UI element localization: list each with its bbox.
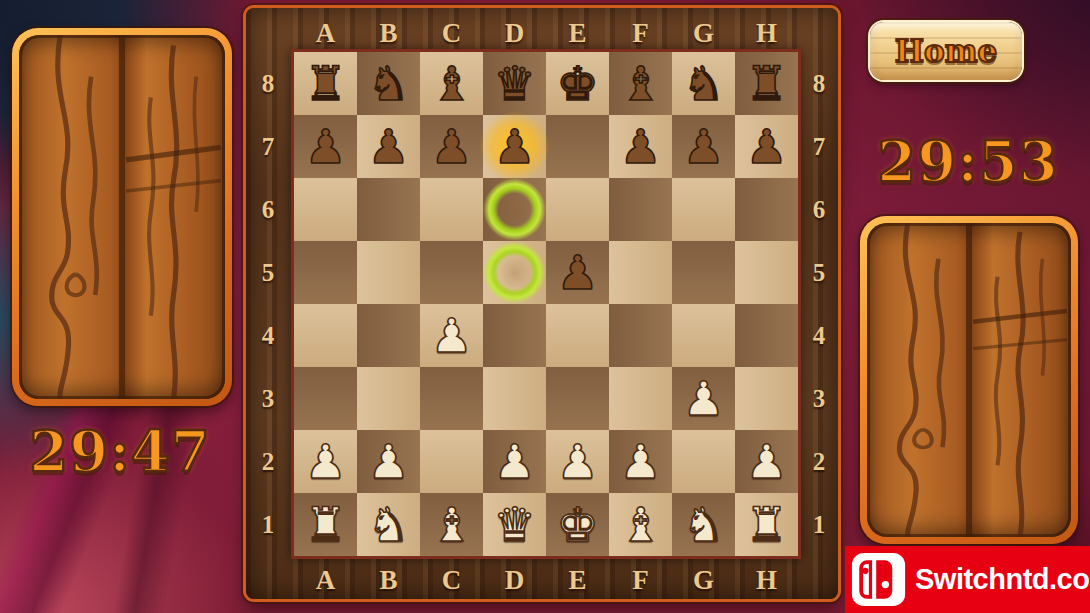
white-queen[interactable]: ♛ — [483, 493, 546, 556]
black-pawn[interactable]: ♟ — [546, 241, 609, 304]
square-f5[interactable] — [609, 241, 672, 304]
square-e7[interactable] — [546, 115, 609, 178]
square-g3[interactable]: ♟ — [672, 367, 735, 430]
chess-board-grid: ♜♞♝♛♚♝♞♜♟♟♟♟♟♟♟♟♟♟♟♟♟♟♟♟♜♞♝♛♚♝♞♜ — [291, 49, 801, 559]
black-pawn[interactable]: ♟ — [357, 115, 420, 178]
right-wood-panel — [860, 216, 1078, 544]
square-c5[interactable] — [420, 241, 483, 304]
rank-label-left-2: 2 — [246, 430, 290, 493]
home-button-label: Home — [895, 33, 998, 69]
square-h6[interactable] — [735, 178, 798, 241]
rank-label-left-8: 8 — [246, 52, 290, 115]
file-label-top-h: H — [735, 14, 798, 52]
square-a4[interactable] — [294, 304, 357, 367]
home-button[interactable]: Home — [870, 22, 1022, 80]
black-king[interactable]: ♚ — [546, 52, 609, 115]
square-e5[interactable]: ♟ — [546, 241, 609, 304]
chess-board-frame: ♜♞♝♛♚♝♞♜♟♟♟♟♟♟♟♟♟♟♟♟♟♟♟♟♜♞♝♛♚♝♞♜ AABBCCD… — [246, 8, 838, 599]
white-pawn[interactable]: ♟ — [735, 430, 798, 493]
square-c6[interactable] — [420, 178, 483, 241]
square-a2[interactable]: ♟ — [294, 430, 357, 493]
white-knight[interactable]: ♞ — [672, 493, 735, 556]
black-pawn[interactable]: ♟ — [294, 115, 357, 178]
white-player-timer: 29:47 — [5, 418, 235, 484]
square-b8[interactable]: ♞ — [357, 52, 420, 115]
file-label-top-e: E — [546, 14, 609, 52]
square-f3[interactable] — [609, 367, 672, 430]
square-d7[interactable]: ♟ — [483, 115, 546, 178]
rank-label-right-8: 8 — [797, 52, 841, 115]
square-g5[interactable] — [672, 241, 735, 304]
square-b2[interactable]: ♟ — [357, 430, 420, 493]
file-label-bottom-b: B — [357, 561, 420, 599]
white-pawn[interactable]: ♟ — [294, 430, 357, 493]
file-label-top-f: F — [609, 14, 672, 52]
file-label-top-g: G — [672, 14, 735, 52]
rank-label-right-3: 3 — [797, 367, 841, 430]
white-pawn[interactable]: ♟ — [546, 430, 609, 493]
black-pawn[interactable]: ♟ — [672, 115, 735, 178]
square-c7[interactable]: ♟ — [420, 115, 483, 178]
rank-label-right-2: 2 — [797, 430, 841, 493]
file-label-top-d: D — [483, 14, 546, 52]
black-player-timer: 29:53 — [862, 128, 1074, 194]
black-knight[interactable]: ♞ — [672, 52, 735, 115]
black-pawn[interactable]: ♟ — [609, 115, 672, 178]
rank-label-right-1: 1 — [797, 493, 841, 556]
white-rook[interactable]: ♜ — [735, 493, 798, 556]
square-c3[interactable] — [420, 367, 483, 430]
square-c2[interactable] — [420, 430, 483, 493]
rank-label-right-6: 6 — [797, 178, 841, 241]
square-d8[interactable]: ♛ — [483, 52, 546, 115]
square-b6[interactable] — [357, 178, 420, 241]
square-d5[interactable] — [483, 241, 546, 304]
square-a7[interactable]: ♟ — [294, 115, 357, 178]
square-a8[interactable]: ♜ — [294, 52, 357, 115]
black-bishop[interactable]: ♝ — [420, 52, 483, 115]
rank-label-right-5: 5 — [797, 241, 841, 304]
square-d2[interactable]: ♟ — [483, 430, 546, 493]
rank-label-left-1: 1 — [246, 493, 290, 556]
square-e4[interactable] — [546, 304, 609, 367]
file-label-bottom-a: A — [294, 561, 357, 599]
square-g4[interactable] — [672, 304, 735, 367]
black-pawn[interactable]: ♟ — [735, 115, 798, 178]
file-label-bottom-d: D — [483, 561, 546, 599]
file-label-bottom-c: C — [420, 561, 483, 599]
rank-label-left-7: 7 — [246, 115, 290, 178]
square-g2[interactable] — [672, 430, 735, 493]
white-pawn[interactable]: ♟ — [672, 367, 735, 430]
square-h5[interactable] — [735, 241, 798, 304]
file-label-top-b: B — [357, 14, 420, 52]
square-a5[interactable] — [294, 241, 357, 304]
nintendo-switch-icon — [851, 552, 906, 607]
square-h4[interactable] — [735, 304, 798, 367]
file-label-bottom-e: E — [546, 561, 609, 599]
rank-label-right-4: 4 — [797, 304, 841, 367]
left-wood-panel — [12, 28, 232, 406]
right-wood-panel-surface — [867, 223, 1071, 537]
square-f6[interactable] — [609, 178, 672, 241]
black-pawn[interactable]: ♟ — [483, 115, 546, 178]
black-queen[interactable]: ♛ — [483, 52, 546, 115]
square-a1[interactable]: ♜ — [294, 493, 357, 556]
square-e3[interactable] — [546, 367, 609, 430]
rank-label-left-5: 5 — [246, 241, 290, 304]
file-label-top-c: C — [420, 14, 483, 52]
white-pawn[interactable]: ♟ — [483, 430, 546, 493]
rank-label-left-4: 4 — [246, 304, 290, 367]
square-d3[interactable] — [483, 367, 546, 430]
square-h7[interactable]: ♟ — [735, 115, 798, 178]
square-d6[interactable] — [483, 178, 546, 241]
square-f7[interactable]: ♟ — [609, 115, 672, 178]
file-label-bottom-f: F — [609, 561, 672, 599]
square-f2[interactable]: ♟ — [609, 430, 672, 493]
square-a3[interactable] — [294, 367, 357, 430]
white-bishop[interactable]: ♝ — [420, 493, 483, 556]
square-h3[interactable] — [735, 367, 798, 430]
wood-grain-decoration — [19, 35, 225, 399]
square-f4[interactable] — [609, 304, 672, 367]
square-g6[interactable] — [672, 178, 735, 241]
white-pawn[interactable]: ♟ — [609, 430, 672, 493]
white-pawn[interactable]: ♟ — [357, 430, 420, 493]
watermark-text: Switchntd.com — [915, 563, 1090, 596]
white-rook[interactable]: ♜ — [294, 493, 357, 556]
file-label-bottom-h: H — [735, 561, 798, 599]
square-c8[interactable]: ♝ — [420, 52, 483, 115]
white-pawn[interactable]: ♟ — [420, 304, 483, 367]
square-e6[interactable] — [546, 178, 609, 241]
game-screen: 29:47 ♜♞♝♛♚♝♞♜♟♟♟♟♟♟♟♟♟♟♟♟♟♟♟♟♜♞♝♛♚♝♞♜ A… — [0, 0, 1090, 613]
square-b4[interactable] — [357, 304, 420, 367]
move-hint-ring[interactable] — [483, 241, 546, 304]
rank-label-left-3: 3 — [246, 367, 290, 430]
file-label-top-a: A — [294, 14, 357, 52]
square-f1[interactable]: ♝ — [609, 493, 672, 556]
square-e2[interactable]: ♟ — [546, 430, 609, 493]
square-h8[interactable]: ♜ — [735, 52, 798, 115]
white-bishop[interactable]: ♝ — [609, 493, 672, 556]
square-h1[interactable]: ♜ — [735, 493, 798, 556]
black-rook[interactable]: ♜ — [735, 52, 798, 115]
square-d4[interactable] — [483, 304, 546, 367]
rank-label-left-6: 6 — [246, 178, 290, 241]
white-knight[interactable]: ♞ — [357, 493, 420, 556]
square-b3[interactable] — [357, 367, 420, 430]
rank-label-right-7: 7 — [797, 115, 841, 178]
square-e1[interactable]: ♚ — [546, 493, 609, 556]
watermark-banner: Switchntd.com — [845, 546, 1090, 613]
white-king[interactable]: ♚ — [546, 493, 609, 556]
move-hint-ring[interactable] — [483, 178, 546, 241]
black-rook[interactable]: ♜ — [294, 52, 357, 115]
file-label-bottom-g: G — [672, 561, 735, 599]
square-c4[interactable]: ♟ — [420, 304, 483, 367]
left-wood-panel-surface — [19, 35, 225, 399]
square-e8[interactable]: ♚ — [546, 52, 609, 115]
square-g1[interactable]: ♞ — [672, 493, 735, 556]
black-pawn[interactable]: ♟ — [420, 115, 483, 178]
square-c1[interactable]: ♝ — [420, 493, 483, 556]
square-b5[interactable] — [357, 241, 420, 304]
black-knight[interactable]: ♞ — [357, 52, 420, 115]
square-f8[interactable]: ♝ — [609, 52, 672, 115]
square-a6[interactable] — [294, 178, 357, 241]
wood-grain-decoration — [867, 223, 1071, 537]
square-b7[interactable]: ♟ — [357, 115, 420, 178]
square-d1[interactable]: ♛ — [483, 493, 546, 556]
square-h2[interactable]: ♟ — [735, 430, 798, 493]
square-g8[interactable]: ♞ — [672, 52, 735, 115]
square-b1[interactable]: ♞ — [357, 493, 420, 556]
square-g7[interactable]: ♟ — [672, 115, 735, 178]
black-bishop[interactable]: ♝ — [609, 52, 672, 115]
